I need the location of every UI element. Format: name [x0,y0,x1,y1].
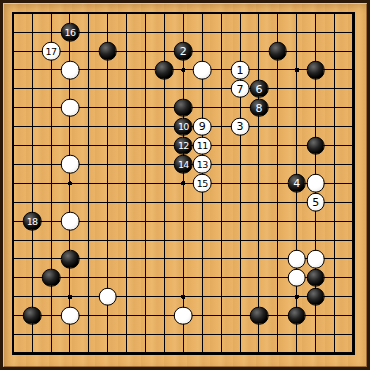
move-number: 8 [255,102,262,113]
move-number: 2 [180,46,187,57]
stone-D18-move-16: 16 [61,23,80,42]
stone-L13-move-9: 9 [193,117,212,136]
stone-C5 [42,269,61,288]
star-point [294,68,299,73]
stone-L16 [193,61,212,80]
star-point [68,294,73,299]
stone-Q5 [287,269,306,288]
stone-N13-move-3: 3 [231,117,250,136]
stone-O17 [269,42,288,61]
move-number: 1 [237,64,244,75]
star-point [181,181,186,186]
stone-B8-move-18: 18 [23,212,42,231]
star-point [68,181,73,186]
move-number: 4 [293,178,300,189]
stone-Q10-move-4: 4 [287,174,306,193]
go-board[interactable]: 161721768109312111413154518 [0,0,370,370]
stone-D3 [61,306,80,325]
stone-F4 [98,287,117,306]
stone-Q6 [287,250,306,269]
stone-K11-move-14: 14 [174,155,193,174]
star-point [181,294,186,299]
move-number: 18 [27,216,38,226]
stone-R10 [306,174,325,193]
move-number: 11 [197,141,208,151]
stone-K13-move-10: 10 [174,117,193,136]
star-point [181,68,186,73]
stone-N16-move-1: 1 [231,61,250,80]
stone-K3 [174,306,193,325]
stone-D16 [61,61,80,80]
stone-B3 [23,306,42,325]
stone-D8 [61,212,80,231]
stone-K17-move-2: 2 [174,42,193,61]
move-number: 16 [64,27,75,37]
stone-L10-move-15: 15 [193,174,212,193]
stone-R9-move-5: 5 [306,193,325,212]
star-point [294,294,299,299]
stone-D11 [61,155,80,174]
move-number: 6 [255,83,262,94]
stone-O3 [250,306,269,325]
move-number: 5 [312,197,319,208]
stone-L12-move-11: 11 [193,136,212,155]
stone-O15-move-6: 6 [250,80,269,99]
move-number: 7 [237,83,244,94]
move-number: 15 [197,179,208,189]
stone-K12-move-12: 12 [174,136,193,155]
stone-J16 [155,61,174,80]
move-number: 12 [178,141,189,151]
stone-L11-move-13: 13 [193,155,212,174]
stone-R4 [306,287,325,306]
stone-R5 [306,269,325,288]
stone-Q3 [287,306,306,325]
move-number: 14 [178,160,189,170]
move-number: 17 [46,46,57,56]
stone-D6 [61,250,80,269]
stone-D14 [61,98,80,117]
move-number: 3 [237,121,244,132]
stone-F17 [98,42,117,61]
stone-O14-move-8: 8 [250,98,269,117]
stone-C17-move-17: 17 [42,42,61,61]
stone-K14 [174,98,193,117]
stone-R12 [306,136,325,155]
stone-R6 [306,250,325,269]
stone-N15-move-7: 7 [231,80,250,99]
move-number: 10 [178,122,189,132]
stone-R16 [306,61,325,80]
move-number: 9 [199,121,206,132]
move-number: 13 [197,160,208,170]
